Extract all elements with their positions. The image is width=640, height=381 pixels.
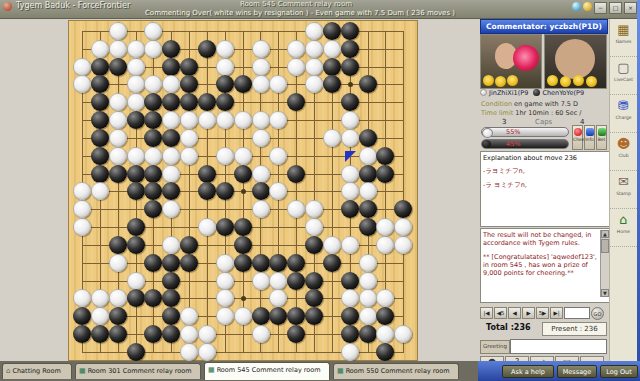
black-stone — [162, 40, 180, 58]
black-stone — [127, 182, 145, 200]
star-point — [241, 296, 246, 301]
white-stone — [109, 22, 127, 40]
white-stone — [252, 58, 270, 76]
white-stone — [216, 254, 234, 272]
black-stone — [323, 75, 341, 93]
move-navigation: |◀ ◀5 ◀ ▶ 5▶ ▶| GO — [480, 306, 607, 320]
bet-button[interactable]: Bet — [596, 125, 607, 150]
black-stone — [198, 40, 216, 58]
black-stone — [144, 165, 162, 183]
maximize-button[interactable]: □ — [609, 2, 622, 14]
white-stone — [109, 40, 127, 58]
black-stone — [127, 165, 145, 183]
black-win-bar: 45% — [481, 139, 569, 149]
white-stone — [305, 218, 323, 236]
livecast-button[interactable]: ▢ LiveCast — [610, 57, 637, 95]
white-stone — [323, 40, 341, 58]
club-button[interactable]: ☻ Club — [610, 133, 637, 171]
black-stone — [144, 129, 162, 147]
white-stone — [359, 272, 377, 290]
game-status-line: Commenting Over( white wins by resignati… — [60, 9, 540, 17]
white-stone — [252, 272, 270, 290]
side-toolbar: ▦ Games ▢ LiveCast ⛃ Charge ☻ Club ✉ Sta… — [609, 19, 637, 361]
close-button[interactable]: × — [624, 2, 637, 14]
game-info-panel: Commentator: yczbzh(P1D) JinZhiXi1(P9 Ch… — [480, 19, 608, 361]
white-stone — [359, 147, 377, 165]
black-stone — [162, 182, 180, 200]
info-icon — [586, 128, 594, 136]
black-stone — [109, 307, 127, 325]
flower-icon — [507, 75, 518, 86]
key-icon[interactable] — [583, 2, 592, 11]
star-point — [241, 189, 246, 194]
black-stone — [305, 272, 323, 290]
black-stone — [341, 200, 359, 218]
white-stone — [73, 200, 91, 218]
tab-room-545[interactable]: ▦Room 545 Comment relay room — [204, 362, 330, 380]
black-stone — [91, 129, 109, 147]
white-stone — [180, 343, 198, 361]
white-stone — [269, 75, 287, 93]
white-stone — [287, 40, 305, 58]
tab-chatting-room[interactable]: ⌂Chatting Room — [2, 363, 72, 379]
black-stone — [91, 147, 109, 165]
black-stone — [162, 307, 180, 325]
white-stone — [109, 289, 127, 307]
white-stone — [269, 111, 287, 129]
black-stone — [323, 254, 341, 272]
black-stone — [341, 325, 359, 343]
black-stone — [341, 22, 359, 40]
white-stone — [376, 289, 394, 307]
title-bar: Tygem Baduk - ForceFrontier Room 545 Com… — [0, 0, 640, 19]
explanation-box: Explanation about move 236 -ラヨミチフn, -ラ ヨ… — [480, 151, 611, 227]
white-stone — [216, 58, 234, 76]
white-stone — [109, 254, 127, 272]
white-win-bar: 55% — [481, 127, 569, 137]
black-stone — [162, 272, 180, 290]
message-button[interactable]: Message — [557, 365, 597, 378]
black-stone — [234, 165, 252, 183]
black-stone — [91, 58, 109, 76]
time-limit-row: Time limit 1hr 10min : 60 Sec / — [481, 109, 607, 118]
black-stone — [127, 236, 145, 254]
black-stone — [162, 254, 180, 272]
white-stone — [216, 307, 234, 325]
white-stone — [180, 111, 198, 129]
black-stone — [305, 289, 323, 307]
white-stone — [234, 147, 252, 165]
black-stone — [305, 236, 323, 254]
black-stone — [287, 254, 305, 272]
board-grid[interactable] — [82, 31, 404, 353]
black-stone — [287, 93, 305, 111]
logout-button[interactable]: Log Out — [600, 365, 638, 378]
white-stone — [359, 254, 377, 272]
black-stone — [198, 93, 216, 111]
white-stone — [323, 129, 341, 147]
white-stone — [180, 147, 198, 165]
white-stone — [180, 129, 198, 147]
black-percent: 45% — [506, 140, 520, 149]
black-stone — [216, 93, 234, 111]
white-knob — [482, 128, 493, 138]
flower-icon — [573, 75, 584, 86]
flower-icon — [586, 76, 597, 87]
white-stone — [73, 289, 91, 307]
result-chat-box: The result will not be changed, in accor… — [480, 228, 611, 303]
black-stone — [341, 58, 359, 76]
black-stone — [144, 182, 162, 200]
white-stone — [144, 22, 162, 40]
globe-icon[interactable] — [572, 2, 581, 11]
black-stone — [180, 75, 198, 93]
black-stone — [91, 165, 109, 183]
white-stone — [109, 147, 127, 165]
white-stone — [91, 307, 109, 325]
white-stone — [180, 307, 198, 325]
white-stone — [216, 111, 234, 129]
white-stone — [144, 147, 162, 165]
board-icon: ▦ — [337, 367, 344, 375]
white-stone — [127, 93, 145, 111]
white-stone — [252, 40, 270, 58]
scroll-up-icon[interactable]: ▲ — [601, 230, 609, 238]
black-stone — [359, 165, 377, 183]
back5-button[interactable]: ◀5 — [494, 307, 507, 319]
white-stone — [323, 236, 341, 254]
black-stone — [216, 182, 234, 200]
white-stone — [252, 129, 270, 147]
black-stone — [305, 307, 323, 325]
info-button[interactable]: Info — [584, 125, 595, 150]
black-stone — [341, 307, 359, 325]
tab-room-550[interactable]: ▦Room 550 Comment relay room — [333, 363, 459, 379]
white-percent: 55% — [506, 128, 520, 137]
result-line: ** [Congratulatates] 'aqwedef123', in ro… — [483, 253, 599, 277]
white-stone — [376, 325, 394, 343]
white-stone — [252, 165, 270, 183]
board-icon: ▦ — [208, 366, 215, 374]
black-stone — [341, 272, 359, 290]
white-stone — [216, 289, 234, 307]
white-stone — [162, 165, 180, 183]
scroll-thumb[interactable] — [601, 239, 609, 253]
board-icon: ▦ — [79, 367, 86, 375]
white-stone — [287, 58, 305, 76]
black-stone — [341, 40, 359, 58]
room-tab-strip: ⌂Chatting Room ▦Room 301 Comment relay r… — [0, 361, 478, 381]
home-icon: ⌂ — [6, 367, 10, 375]
white-stone — [341, 236, 359, 254]
explanation-line: -ラヨミチフn, — [483, 167, 608, 176]
black-stone — [216, 218, 234, 236]
white-stone — [73, 75, 91, 93]
white-stone — [216, 40, 234, 58]
home-icon: ⌂ — [610, 209, 637, 229]
white-stone — [162, 200, 180, 218]
black-stone — [73, 325, 91, 343]
white-stone — [180, 325, 198, 343]
white-stone — [109, 111, 127, 129]
black-stone — [109, 236, 127, 254]
black-stone — [269, 254, 287, 272]
white-stone — [198, 343, 216, 361]
back-button[interactable]: ◀ — [508, 307, 521, 319]
black-stone — [359, 325, 377, 343]
condition-value: en game with 7.5 D — [514, 100, 578, 108]
star-point — [348, 82, 353, 87]
white-stone — [252, 111, 270, 129]
black-stone — [323, 58, 341, 76]
black-stone — [287, 272, 305, 290]
white-stone — [252, 200, 270, 218]
result-line: The result will not be changed, in accor… — [483, 231, 599, 247]
charge-button[interactable]: ⛃ Charge — [610, 95, 637, 133]
black-stone — [234, 75, 252, 93]
white-stone — [73, 218, 91, 236]
black-stone — [359, 200, 377, 218]
condition-label: Condition — [481, 100, 512, 108]
stamp-button[interactable]: ✉ Stamp — [610, 171, 637, 209]
club-icon: ☻ — [610, 133, 637, 153]
white-stone — [144, 40, 162, 58]
black-stone — [127, 218, 145, 236]
black-stone — [127, 343, 145, 361]
black-stone-icon — [533, 89, 540, 96]
games-button[interactable]: ▦ Games — [610, 19, 637, 57]
black-stone — [144, 111, 162, 129]
white-stone — [127, 40, 145, 58]
forward-button[interactable]: ▶ — [522, 307, 535, 319]
white-stone — [269, 289, 287, 307]
white-stone — [73, 58, 91, 76]
go-button[interactable]: GO — [591, 307, 604, 320]
black-stone — [376, 165, 394, 183]
black-stone — [252, 307, 270, 325]
black-stone — [287, 165, 305, 183]
white-stone — [341, 182, 359, 200]
scroll-down-icon[interactable]: ▼ — [601, 289, 609, 297]
flower-icon — [547, 75, 558, 86]
black-stone — [109, 58, 127, 76]
explanation-title: Explanation about move 236 — [483, 154, 608, 162]
black-stone — [252, 182, 270, 200]
condition-row: Condition en game with 7.5 D — [481, 100, 607, 109]
flower-icon — [495, 76, 506, 87]
forward5-button[interactable]: 5▶ — [536, 307, 549, 319]
white-stone — [198, 111, 216, 129]
white-stone — [252, 325, 270, 343]
white-stone — [252, 75, 270, 93]
greeting-tab[interactable]: Greeting — [480, 340, 510, 354]
white-stone — [341, 165, 359, 183]
white-stone — [127, 75, 145, 93]
white-stone — [341, 289, 359, 307]
white-stone — [162, 147, 180, 165]
caps-label: Caps — [535, 118, 552, 126]
white-stone — [109, 129, 127, 147]
black-stone — [252, 254, 270, 272]
white-stone — [162, 111, 180, 129]
white-stone — [376, 218, 394, 236]
black-stone — [323, 22, 341, 40]
player-names: JinZhiXi1(P9 ChenYoYe(P9 — [480, 89, 607, 99]
white-stone-icon — [480, 89, 487, 96]
move-counter-row: Total :236 Present : 236 — [480, 322, 607, 336]
stamp-icon: ✉ — [610, 171, 637, 191]
white-stone — [376, 236, 394, 254]
charge-icon: ⛃ — [610, 95, 637, 115]
app-icon — [3, 2, 12, 11]
black-player-photo — [544, 34, 607, 89]
white-stone — [341, 129, 359, 147]
white-player-photo — [480, 34, 542, 89]
black-stone — [162, 93, 180, 111]
white-stone — [359, 307, 377, 325]
white-stone — [305, 22, 323, 40]
black-stone — [162, 289, 180, 307]
white-stone — [216, 147, 234, 165]
black-stone — [144, 93, 162, 111]
white-stone — [91, 182, 109, 200]
black-stone — [341, 93, 359, 111]
black-stone — [287, 307, 305, 325]
total-moves-label: Total :236 — [486, 323, 531, 332]
white-stone — [305, 75, 323, 93]
cheer-button[interactable]: Cheer! — [572, 125, 583, 150]
black-stone — [127, 289, 145, 307]
greeting-row: Greeting — [480, 339, 607, 354]
black-stone — [180, 93, 198, 111]
white-stone — [359, 289, 377, 307]
black-stone — [144, 254, 162, 272]
black-stone — [91, 111, 109, 129]
white-stone — [198, 325, 216, 343]
minimize-button[interactable]: − — [594, 2, 607, 14]
flower-icon — [483, 75, 494, 86]
white-stone — [269, 272, 287, 290]
black-stone — [359, 75, 377, 93]
move-pointer-triangle — [345, 151, 356, 162]
ask-help-button[interactable]: Ask a help — [502, 365, 554, 378]
black-stone — [216, 75, 234, 93]
white-stone — [73, 182, 91, 200]
black-stone — [180, 254, 198, 272]
black-stone — [127, 111, 145, 129]
explanation-line: -ラ ヨミチフn, — [483, 181, 608, 190]
white-stone — [359, 182, 377, 200]
white-player-name: JinZhiXi1(P9 — [489, 89, 528, 97]
black-stone — [198, 165, 216, 183]
black-stone — [162, 58, 180, 76]
white-stone — [127, 147, 145, 165]
black-stone — [144, 289, 162, 307]
present-move-label: Present : 236 — [542, 322, 607, 336]
black-stone — [234, 254, 252, 272]
black-stone — [91, 75, 109, 93]
white-stone — [269, 182, 287, 200]
black-stone — [198, 182, 216, 200]
black-stone — [234, 218, 252, 236]
tygem-client-window: Tygem Baduk - ForceFrontier Room 545 Com… — [0, 0, 640, 381]
bet-icon — [598, 128, 606, 136]
white-stone — [162, 236, 180, 254]
face-right — [555, 39, 595, 79]
white-stone — [305, 40, 323, 58]
tab-room-301[interactable]: ▦Room 301 Comment relay room — [75, 363, 201, 379]
white-stone — [127, 58, 145, 76]
white-stone — [287, 200, 305, 218]
black-stone — [73, 307, 91, 325]
black-stone — [144, 325, 162, 343]
white-stone — [127, 272, 145, 290]
black-stone — [234, 236, 252, 254]
white-stone — [305, 58, 323, 76]
white-stone — [198, 218, 216, 236]
move-number-input[interactable] — [564, 307, 590, 319]
black-stone — [91, 93, 109, 111]
first-move-button[interactable]: |◀ — [480, 307, 493, 319]
black-stone — [359, 218, 377, 236]
time-limit-value: 1hr 10min : 60 Sec / — [515, 109, 581, 117]
black-stone — [144, 200, 162, 218]
tv-icon: ▢ — [610, 57, 637, 77]
white-stone — [234, 111, 252, 129]
footer-bar: Ask a help Message Log Out — [478, 361, 640, 381]
time-limit-label: Time limit — [481, 109, 513, 117]
room-title: Room 545 Comment relay room — [240, 0, 352, 8]
white-stone — [305, 200, 323, 218]
white-stone — [162, 75, 180, 93]
black-stone — [109, 325, 127, 343]
black-stone — [91, 325, 109, 343]
black-stone — [162, 129, 180, 147]
white-stone — [341, 111, 359, 129]
white-stone — [91, 40, 109, 58]
black-stone — [287, 325, 305, 343]
rose-icon — [513, 45, 539, 71]
greeting-input[interactable] — [510, 339, 607, 354]
home-button[interactable]: ⌂ Home — [610, 209, 637, 247]
white-stone — [216, 272, 234, 290]
black-knob — [482, 140, 491, 148]
white-stone — [234, 307, 252, 325]
go-board — [68, 20, 418, 361]
black-stone — [162, 325, 180, 343]
white-stone — [341, 343, 359, 361]
white-stone — [109, 93, 127, 111]
black-stone — [180, 236, 198, 254]
white-stone — [269, 147, 287, 165]
white-stone — [144, 75, 162, 93]
last-move-button[interactable]: ▶| — [550, 307, 563, 319]
commentator-header: Commentator: yczbzh(P1D) — [480, 19, 608, 34]
black-stone — [359, 129, 377, 147]
black-stone — [269, 307, 287, 325]
black-stone — [376, 307, 394, 325]
caps-white-count: 3 — [502, 118, 506, 126]
scrollbar[interactable]: ▲ ▼ — [600, 230, 609, 297]
games-icon: ▦ — [610, 19, 637, 39]
black-stone — [180, 58, 198, 76]
flower-icon — [560, 76, 571, 87]
cheer-icon — [574, 128, 582, 136]
black-stone — [109, 165, 127, 183]
white-stone — [91, 289, 109, 307]
black-stone — [376, 147, 394, 165]
black-player-name: ChenYoYe(P9 — [542, 89, 584, 97]
